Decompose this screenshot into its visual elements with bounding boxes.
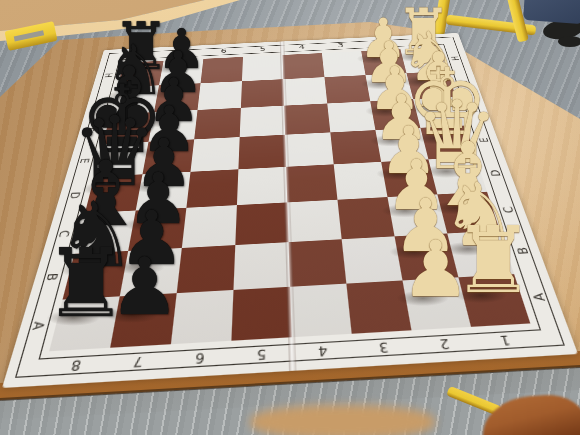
classroom-chess-photo: 8877665544332211AABBCCDDEEFFGGHH ♜♟♟♜♞♟♟… [0, 0, 580, 435]
piece-white-pawn-a2: ♟ [401, 231, 471, 309]
piece-black-rook-a8: ♜ [43, 236, 128, 330]
pieces-layer: ♜♟♟♜♞♟♟♞♝♟♟♝♚♟♟♚♛♟♟♛♝♟♟♝♞♟♟♞♜♟♟♜ [0, 0, 580, 435]
